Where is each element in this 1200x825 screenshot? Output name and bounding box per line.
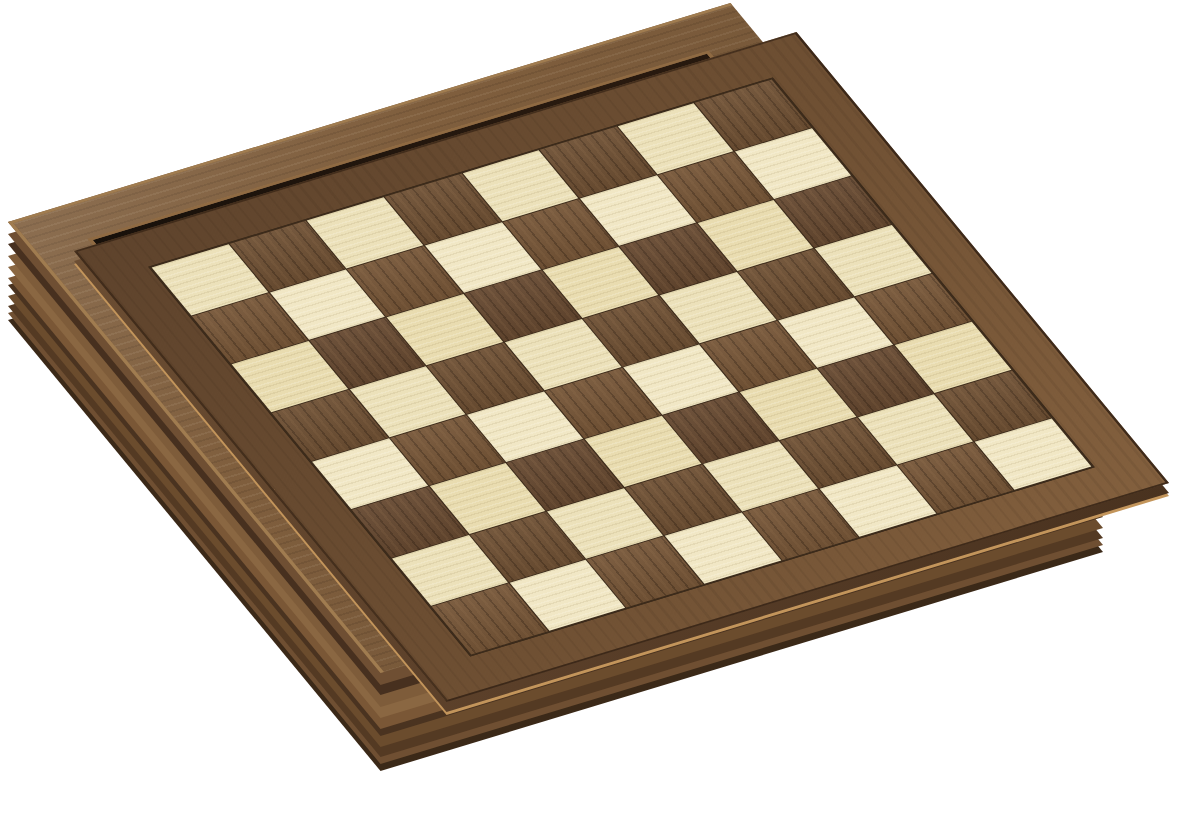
product-photo-scene [0,0,1200,825]
chessboard-lid [74,32,1169,702]
